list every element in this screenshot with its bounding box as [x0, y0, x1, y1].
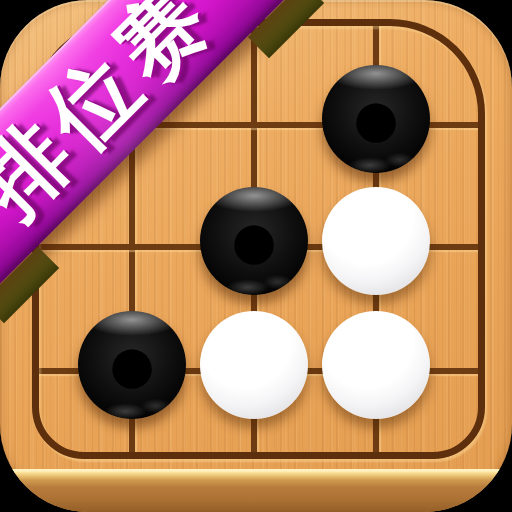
app-icon[interactable]: ●●○●○○ 排位赛: [0, 0, 512, 512]
black-stone: ●: [78, 311, 186, 419]
white-stone: ○: [322, 311, 430, 419]
white-stone: ○: [200, 311, 308, 419]
black-stone: ●: [200, 187, 308, 295]
white-stone: ○: [322, 187, 430, 295]
black-stone: ●: [322, 65, 430, 173]
board-side-bevel: [0, 469, 512, 512]
